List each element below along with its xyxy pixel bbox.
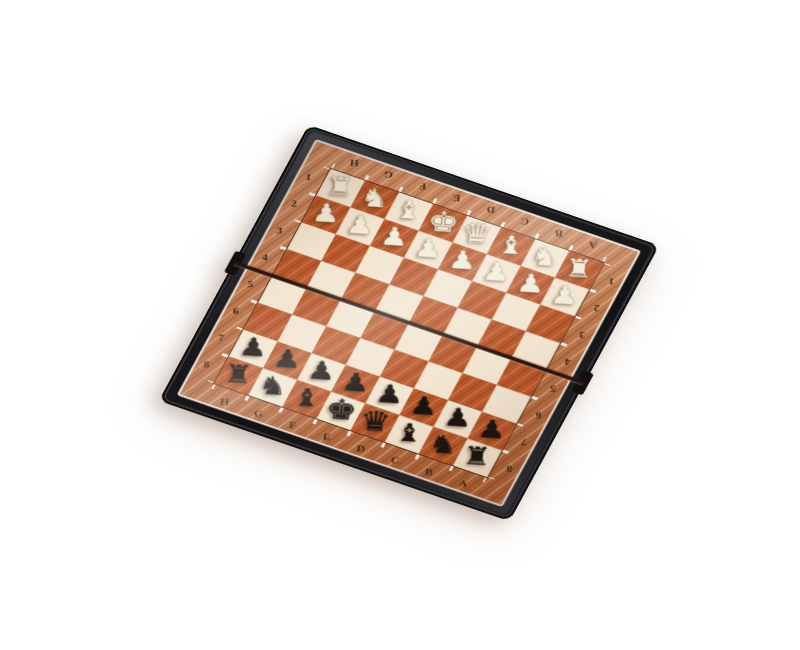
black-pawn[interactable]: ♟: [238, 334, 269, 361]
black-pawn[interactable]: ♟: [272, 346, 303, 373]
black-bishop[interactable]: ♝: [292, 384, 323, 411]
white-pawn[interactable]: ♟: [515, 270, 546, 297]
black-pawn[interactable]: ♟: [477, 416, 508, 443]
black-knight[interactable]: ♞: [428, 431, 459, 458]
white-pawn[interactable]: ♟: [413, 235, 444, 262]
black-pawn[interactable]: ♟: [443, 404, 474, 431]
chess-board: ♜♞♝♚♛♝♞♜♟♟♟♟♟♟♟♟♟♟♟♟♟♟♟♟♜♞♝♚♛♝♞♜ HGFEDCB…: [159, 125, 659, 521]
black-queen[interactable]: ♛: [358, 406, 392, 435]
black-rook[interactable]: ♜: [224, 361, 255, 388]
white-pawn[interactable]: ♟: [379, 223, 410, 250]
white-queen[interactable]: ♛: [460, 219, 494, 248]
white-rook[interactable]: ♜: [564, 255, 595, 282]
white-bishop[interactable]: ♝: [496, 232, 527, 259]
white-pawn[interactable]: ♟: [311, 200, 342, 227]
black-pawn[interactable]: ♟: [374, 381, 405, 408]
white-rook[interactable]: ♜: [325, 173, 356, 200]
white-knight[interactable]: ♞: [360, 185, 391, 212]
white-pawn[interactable]: ♟: [550, 282, 581, 309]
black-pawn[interactable]: ♟: [306, 357, 337, 384]
white-pawn[interactable]: ♟: [447, 247, 478, 274]
black-pawn[interactable]: ♟: [340, 369, 371, 396]
black-knight[interactable]: ♞: [258, 372, 289, 399]
black-pawn[interactable]: ♟: [409, 393, 440, 420]
black-king[interactable]: ♚: [324, 395, 358, 424]
product-photo-background: ♜♞♝♚♛♝♞♜♟♟♟♟♟♟♟♟♟♟♟♟♟♟♟♟♜♞♝♚♛♝♞♜ HGFEDCB…: [0, 0, 800, 650]
white-pawn[interactable]: ♟: [481, 258, 512, 285]
white-pawn[interactable]: ♟: [345, 212, 376, 239]
black-bishop[interactable]: ♝: [394, 419, 425, 446]
black-rook[interactable]: ♜: [462, 443, 493, 470]
white-bishop[interactable]: ♝: [394, 197, 425, 224]
white-knight[interactable]: ♞: [530, 243, 561, 270]
white-king[interactable]: ♚: [426, 207, 460, 236]
